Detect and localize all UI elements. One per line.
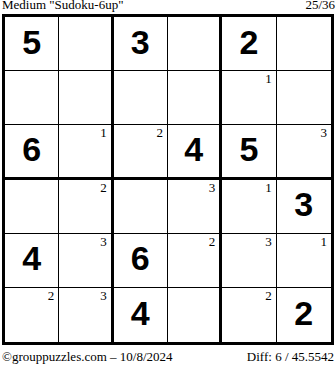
given-digit: 5	[240, 132, 259, 166]
page-footer: ©grouppuzzles.com – 10/8/2024 Diff: 6 / …	[2, 349, 334, 364]
cell-r6c3: 4	[114, 288, 168, 342]
cell-r3c2: 1	[59, 125, 113, 179]
cell-r3c4: 4	[168, 125, 222, 179]
corner-mark: 2	[156, 126, 163, 140]
given-digit: 3	[131, 25, 150, 59]
page-header: Medium "Sudoku-6up" 25/36	[2, 0, 335, 12]
corner-mark: 3	[100, 289, 107, 303]
corner-mark: 3	[209, 181, 216, 195]
cell-r3c1: 6	[5, 125, 59, 179]
corner-mark: 1	[100, 126, 107, 140]
corner-mark: 1	[265, 72, 272, 86]
cell-r1c6	[277, 17, 331, 71]
cell-r5c3: 6	[114, 234, 168, 288]
given-digit: 4	[184, 132, 203, 166]
cell-r5c6: 1	[277, 234, 331, 288]
cell-r2c2	[59, 71, 113, 125]
puzzle-title: Medium "Sudoku-6up"	[2, 0, 123, 12]
cell-r4c3	[114, 180, 168, 234]
cell-r1c2	[59, 17, 113, 71]
cell-r4c6: 3	[277, 180, 331, 234]
given-digit: 2	[294, 296, 313, 330]
cell-r3c3: 2	[114, 125, 168, 179]
cell-r2c3	[114, 71, 168, 125]
cell-r1c4	[168, 17, 222, 71]
copyright-text: ©grouppuzzles.com – 10/8/2024	[2, 349, 173, 364]
corner-mark: 1	[265, 181, 272, 195]
cell-r2c4	[168, 71, 222, 125]
cell-r2c6	[277, 71, 331, 125]
cell-r3c6: 3	[277, 125, 331, 179]
cell-r6c4	[168, 288, 222, 342]
corner-mark: 2	[265, 289, 272, 303]
given-digit: 6	[22, 132, 41, 166]
corner-mark: 3	[265, 235, 272, 249]
cell-r4c5: 1	[222, 180, 276, 234]
corner-mark: 3	[100, 235, 107, 249]
cell-r4c1	[5, 180, 59, 234]
given-digit: 5	[22, 25, 41, 59]
given-digit: 4	[22, 241, 41, 275]
cell-r1c5: 2	[222, 17, 276, 71]
given-digit: 4	[131, 296, 150, 330]
cell-r1c1: 5	[5, 17, 59, 71]
cell-r5c5: 3	[222, 234, 276, 288]
corner-mark: 1	[320, 235, 327, 249]
cell-r5c1: 4	[5, 234, 59, 288]
corner-mark: 3	[320, 126, 327, 140]
cell-r3c5: 5	[222, 125, 276, 179]
corner-mark: 2	[209, 235, 216, 249]
puzzle-counter: 25/36	[305, 0, 335, 12]
sudoku-board: 5321612453231343623123422	[2, 14, 334, 345]
corner-mark: 2	[100, 181, 107, 195]
corner-mark: 2	[48, 289, 55, 303]
cell-r6c1: 2	[5, 288, 59, 342]
difficulty-text: Diff: 6 / 45.5542	[247, 349, 334, 364]
cell-r6c2: 3	[59, 288, 113, 342]
cell-r4c2: 2	[59, 180, 113, 234]
cell-r1c3: 3	[114, 17, 168, 71]
cell-r2c1	[5, 71, 59, 125]
given-digit: 3	[294, 187, 313, 221]
given-digit: 2	[240, 25, 259, 59]
cell-r2c5: 1	[222, 71, 276, 125]
cell-r6c6: 2	[277, 288, 331, 342]
cell-r5c4: 2	[168, 234, 222, 288]
cell-r6c5: 2	[222, 288, 276, 342]
given-digit: 6	[131, 241, 150, 275]
cell-r4c4: 3	[168, 180, 222, 234]
cell-r5c2: 3	[59, 234, 113, 288]
